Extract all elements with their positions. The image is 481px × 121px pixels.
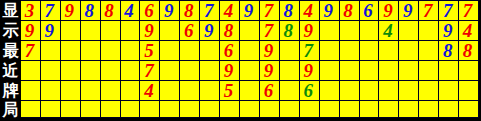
digit: 9: [164, 1, 174, 20]
cell-r1c19: [399, 21, 419, 41]
cell-r2c5: [121, 41, 141, 61]
cell-r5c2: [61, 101, 81, 118]
digit: 8: [284, 21, 294, 40]
cell-r4c11: [240, 81, 260, 101]
cell-r5c1: [41, 101, 61, 118]
cell-r2c12: 9: [260, 41, 280, 61]
cell-r1c3: [81, 21, 101, 41]
digit: 3: [25, 1, 35, 20]
cell-r3c0: [21, 61, 41, 81]
cell-r0c7: 9: [160, 1, 180, 21]
digit: 9: [204, 21, 214, 40]
cell-r1c1: 9: [41, 21, 61, 41]
digit: 6: [363, 1, 373, 20]
results-grid: 3798846987497849869977799969878949475697…: [21, 0, 481, 121]
cell-r2c4: [101, 41, 121, 61]
digit: 9: [244, 1, 254, 20]
cell-r4c9: [200, 81, 220, 101]
cell-r0c6: 6: [140, 1, 160, 21]
cell-r2c22: 8: [459, 41, 479, 61]
cell-r3c15: [320, 61, 340, 81]
digit: 7: [264, 1, 274, 20]
cell-r3c5: [121, 61, 141, 81]
digit: 9: [383, 1, 393, 20]
digit: 9: [443, 21, 453, 40]
cell-r2c17: [360, 41, 380, 61]
cell-r2c11: [240, 41, 260, 61]
digit: 4: [463, 21, 473, 40]
digit: 7: [144, 61, 154, 80]
cell-r2c13: [280, 41, 300, 61]
cell-r4c22: [459, 81, 479, 101]
cell-r0c8: 8: [180, 1, 200, 21]
digit: 7: [463, 1, 473, 20]
cell-r1c21: 9: [439, 21, 459, 41]
cell-r2c19: [399, 41, 419, 61]
cell-r2c2: [61, 41, 81, 61]
cell-r0c20: 7: [419, 1, 439, 21]
cell-r0c1: 7: [41, 1, 61, 21]
cell-r4c7: [160, 81, 180, 101]
cell-r5c21: [439, 101, 459, 118]
cell-r5c9: [200, 101, 220, 118]
digit: 8: [284, 1, 294, 20]
cell-r5c7: [160, 101, 180, 118]
cell-r3c13: [280, 61, 300, 81]
cell-r3c8: [180, 61, 200, 81]
cell-r1c18: 4: [379, 21, 399, 41]
digit: 9: [45, 21, 55, 40]
cell-r0c17: 6: [360, 1, 380, 21]
cell-r2c0: 7: [21, 41, 41, 61]
cell-r0c10: 4: [220, 1, 240, 21]
digit: 8: [224, 21, 234, 40]
cell-r4c16: [340, 81, 360, 101]
cell-r5c17: [360, 101, 380, 118]
digit: 8: [343, 1, 353, 20]
digit: 8: [463, 41, 473, 60]
cell-r5c18: [379, 101, 399, 118]
digit: 9: [264, 61, 274, 80]
cell-r0c4: 8: [101, 1, 121, 21]
cell-r4c20: [419, 81, 439, 101]
cell-r2c8: [180, 41, 200, 61]
cell-r4c13: [280, 81, 300, 101]
cell-r0c9: 7: [200, 1, 220, 21]
cell-r0c12: 7: [260, 1, 280, 21]
cell-r1c0: 9: [21, 21, 41, 41]
sidebar-label: 显 示 最 近 牌 局: [0, 0, 21, 121]
cell-r2c20: [419, 41, 439, 61]
digit: 4: [303, 1, 313, 20]
cell-r5c11: [240, 101, 260, 118]
sidebar-char: 局: [3, 100, 19, 120]
cell-r0c0: 3: [21, 1, 41, 21]
sidebar-char: 近: [3, 61, 19, 81]
cell-r3c21: [439, 61, 459, 81]
cell-r1c9: 9: [200, 21, 220, 41]
cell-r5c19: [399, 101, 419, 118]
digit: 9: [224, 61, 234, 80]
cell-r5c16: [340, 101, 360, 118]
cell-r5c12: [260, 101, 280, 118]
cell-r1c22: 4: [459, 21, 479, 41]
digit: 7: [45, 1, 55, 20]
digit: 4: [224, 1, 234, 20]
cell-r3c20: [419, 61, 439, 81]
cell-r5c8: [180, 101, 200, 118]
cell-r3c12: 9: [260, 61, 280, 81]
cell-r3c4: [101, 61, 121, 81]
cell-r5c10: [220, 101, 240, 118]
cell-r2c6: 5: [140, 41, 160, 61]
cell-r2c3: [81, 41, 101, 61]
cell-r3c18: [379, 61, 399, 81]
digit: 9: [264, 41, 274, 60]
cell-r1c17: [360, 21, 380, 41]
cell-r1c2: [61, 21, 81, 41]
cell-r3c1: [41, 61, 61, 81]
cell-r0c2: 9: [61, 1, 81, 21]
cell-r5c14: [300, 101, 320, 118]
cell-r3c22: [459, 61, 479, 81]
cell-r2c10: 6: [220, 41, 240, 61]
digit: 7: [423, 1, 433, 20]
cell-r2c9: [200, 41, 220, 61]
digit: 9: [25, 21, 35, 40]
cell-r1c13: 8: [280, 21, 300, 41]
digit: 5: [144, 41, 154, 60]
cell-r1c12: 7: [260, 21, 280, 41]
cell-r0c14: 4: [300, 1, 320, 21]
digit: 9: [144, 21, 154, 40]
digit: 6: [224, 41, 234, 60]
cell-r4c19: [399, 81, 419, 101]
cell-r1c20: [419, 21, 439, 41]
cell-r1c14: 9: [300, 21, 320, 41]
cell-r5c15: [320, 101, 340, 118]
cell-r5c3: [81, 101, 101, 118]
cell-r2c14: 7: [300, 41, 320, 61]
cell-r0c5: 4: [121, 1, 141, 21]
digit: 5: [224, 81, 234, 100]
digit: 7: [204, 1, 214, 20]
cell-r3c16: [340, 61, 360, 81]
cell-r5c13: [280, 101, 300, 118]
sidebar-char: 示: [3, 21, 19, 41]
cell-r3c2: [61, 61, 81, 81]
digit: 6: [303, 81, 313, 100]
cell-r0c16: 8: [340, 1, 360, 21]
digit: 7: [303, 41, 313, 60]
cell-r1c11: [240, 21, 260, 41]
cell-r0c11: 9: [240, 1, 260, 21]
digit: 6: [144, 1, 154, 20]
cell-r0c15: 9: [320, 1, 340, 21]
sidebar-char: 显: [3, 1, 19, 21]
cell-r2c21: 8: [439, 41, 459, 61]
cell-r3c11: [240, 61, 260, 81]
cell-r4c1: [41, 81, 61, 101]
cell-r5c4: [101, 101, 121, 118]
digit: 8: [184, 1, 194, 20]
cell-r1c10: 8: [220, 21, 240, 41]
cell-r2c7: [160, 41, 180, 61]
cell-r4c10: 5: [220, 81, 240, 101]
cell-r5c5: [121, 101, 141, 118]
cell-r0c18: 9: [379, 1, 399, 21]
cell-r4c6: 4: [140, 81, 160, 101]
cell-r4c4: [101, 81, 121, 101]
cell-r4c3: [81, 81, 101, 101]
digit: 7: [443, 1, 453, 20]
cell-r3c9: [200, 61, 220, 81]
cell-r4c15: [320, 81, 340, 101]
cell-r2c15: [320, 41, 340, 61]
digit: 6: [264, 81, 274, 100]
sidebar-char: 牌: [3, 81, 19, 101]
cell-r0c21: 7: [439, 1, 459, 21]
digit: 7: [25, 41, 35, 60]
digit: 4: [383, 21, 393, 40]
cell-r0c3: 8: [81, 1, 101, 21]
digit: 9: [65, 1, 75, 20]
recent-results-panel: 显 示 最 近 牌 局 3798846987497849869977799969…: [0, 0, 481, 121]
digit: 8: [84, 1, 94, 20]
cell-r3c3: [81, 61, 101, 81]
cell-r4c2: [61, 81, 81, 101]
cell-r5c20: [419, 101, 439, 118]
cell-r4c14: 6: [300, 81, 320, 101]
cell-r1c8: 6: [180, 21, 200, 41]
cell-r3c14: 9: [300, 61, 320, 81]
digit: 9: [303, 61, 313, 80]
digit: 4: [144, 81, 154, 100]
digit: 9: [403, 1, 413, 20]
digit: 6: [184, 21, 194, 40]
digit: 9: [303, 21, 313, 40]
cell-r2c1: [41, 41, 61, 61]
cell-r2c18: [379, 41, 399, 61]
digit: 7: [264, 21, 274, 40]
digit: 8: [443, 41, 453, 60]
cell-r1c15: [320, 21, 340, 41]
cell-r0c19: 9: [399, 1, 419, 21]
digit: 9: [323, 1, 333, 20]
cell-r3c10: 9: [220, 61, 240, 81]
digit: 8: [104, 1, 114, 20]
cell-r0c13: 8: [280, 1, 300, 21]
cell-r1c4: [101, 21, 121, 41]
sidebar-char: 最: [3, 41, 19, 61]
cell-r4c18: [379, 81, 399, 101]
cell-r3c19: [399, 61, 419, 81]
cell-r4c0: [21, 81, 41, 101]
cell-r3c7: [160, 61, 180, 81]
cell-r4c12: 6: [260, 81, 280, 101]
cell-r1c5: [121, 21, 141, 41]
cell-r4c21: [439, 81, 459, 101]
cell-r5c0: [21, 101, 41, 118]
digit: 4: [124, 1, 134, 20]
cell-r4c17: [360, 81, 380, 101]
cell-r4c8: [180, 81, 200, 101]
cell-r1c6: 9: [140, 21, 160, 41]
cell-r2c16: [340, 41, 360, 61]
cell-r4c5: [121, 81, 141, 101]
cell-r0c22: 7: [459, 1, 479, 21]
cell-r5c6: [140, 101, 160, 118]
cell-r3c17: [360, 61, 380, 81]
cell-r1c16: [340, 21, 360, 41]
cell-r5c22: [459, 101, 479, 118]
cell-r3c6: 7: [140, 61, 160, 81]
cell-r1c7: [160, 21, 180, 41]
